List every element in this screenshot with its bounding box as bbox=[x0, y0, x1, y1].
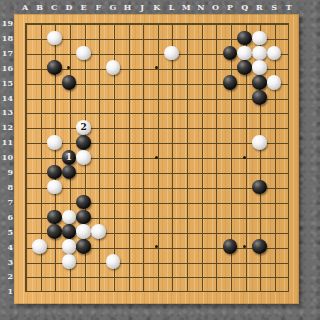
column-label-S: S bbox=[267, 2, 281, 12]
row-label-1: 1 bbox=[0, 286, 13, 296]
white-stone-s15[interactable] bbox=[267, 75, 282, 90]
black-stone-c16[interactable] bbox=[47, 60, 62, 75]
column-label-Q: Q bbox=[238, 2, 252, 12]
row-label-10: 10 bbox=[0, 152, 13, 162]
black-stone-d9[interactable] bbox=[62, 165, 77, 180]
white-stone-c8[interactable] bbox=[47, 180, 62, 195]
white-stone-e12-move-2[interactable]: 2 bbox=[76, 120, 91, 135]
column-label-H: H bbox=[121, 2, 135, 12]
board-intersections[interactable]: 12 bbox=[18, 16, 296, 299]
row-label-17: 17 bbox=[0, 48, 13, 58]
white-stone-q17[interactable] bbox=[237, 46, 252, 61]
white-stone-c18[interactable] bbox=[47, 31, 62, 46]
white-stone-b4[interactable] bbox=[32, 239, 47, 254]
column-label-T: T bbox=[282, 2, 296, 12]
black-stone-e4[interactable] bbox=[76, 239, 91, 254]
row-label-13: 13 bbox=[0, 107, 13, 117]
white-stone-d4[interactable] bbox=[62, 239, 77, 254]
move-number-label: 1 bbox=[66, 153, 72, 162]
column-label-P: P bbox=[223, 2, 237, 12]
row-label-3: 3 bbox=[0, 257, 13, 267]
black-stone-d15[interactable] bbox=[62, 75, 77, 90]
white-stone-g3[interactable] bbox=[106, 254, 121, 269]
white-stone-r11[interactable] bbox=[252, 135, 267, 150]
row-label-15: 15 bbox=[0, 78, 13, 88]
row-label-19: 19 bbox=[0, 18, 13, 28]
white-stone-r17[interactable] bbox=[252, 46, 267, 61]
column-label-K: K bbox=[150, 2, 164, 12]
black-stone-p15[interactable] bbox=[223, 75, 238, 90]
row-label-7: 7 bbox=[0, 197, 13, 207]
column-label-A: A bbox=[18, 2, 32, 12]
white-stone-e10[interactable] bbox=[76, 150, 91, 165]
column-label-E: E bbox=[77, 2, 91, 12]
row-label-12: 12 bbox=[0, 122, 13, 132]
white-stone-e17[interactable] bbox=[76, 46, 91, 61]
white-stone-l17[interactable] bbox=[164, 46, 179, 61]
row-label-18: 18 bbox=[0, 33, 13, 43]
move-number-label: 2 bbox=[80, 123, 86, 132]
white-stone-g16[interactable] bbox=[106, 60, 121, 75]
black-stone-r14[interactable] bbox=[252, 90, 267, 105]
row-label-9: 9 bbox=[0, 167, 13, 177]
black-stone-p4[interactable] bbox=[223, 239, 238, 254]
black-stone-c6[interactable] bbox=[47, 210, 62, 225]
column-label-C: C bbox=[47, 2, 61, 12]
black-stone-r15[interactable] bbox=[252, 75, 267, 90]
black-stone-c5[interactable] bbox=[47, 224, 62, 239]
column-label-F: F bbox=[91, 2, 105, 12]
white-stone-c11[interactable] bbox=[47, 135, 62, 150]
column-label-G: G bbox=[106, 2, 120, 12]
column-label-J: J bbox=[135, 2, 149, 12]
white-stone-r16[interactable] bbox=[252, 60, 267, 75]
column-label-O: O bbox=[208, 2, 222, 12]
row-label-14: 14 bbox=[0, 93, 13, 103]
row-label-11: 11 bbox=[0, 137, 13, 147]
row-label-6: 6 bbox=[0, 212, 13, 222]
black-stone-r4[interactable] bbox=[252, 239, 267, 254]
column-label-N: N bbox=[194, 2, 208, 12]
white-stone-s17[interactable] bbox=[267, 46, 282, 61]
black-stone-q16[interactable] bbox=[237, 60, 252, 75]
column-label-D: D bbox=[62, 2, 76, 12]
white-stone-d3[interactable] bbox=[62, 254, 77, 269]
row-label-5: 5 bbox=[0, 227, 13, 237]
row-label-8: 8 bbox=[0, 182, 13, 192]
white-stone-e5[interactable] bbox=[76, 224, 91, 239]
column-label-L: L bbox=[165, 2, 179, 12]
row-label-16: 16 bbox=[0, 63, 13, 73]
column-label-M: M bbox=[179, 2, 193, 12]
black-stone-e6[interactable] bbox=[76, 210, 91, 225]
white-stone-d6[interactable] bbox=[62, 210, 77, 225]
row-label-4: 4 bbox=[0, 242, 13, 252]
column-label-B: B bbox=[33, 2, 47, 12]
row-label-2: 2 bbox=[0, 271, 13, 281]
white-stone-f5[interactable] bbox=[91, 224, 106, 239]
go-diagram: { "game": "go", "board": { "size": 19, "… bbox=[0, 0, 320, 320]
black-stone-p17[interactable] bbox=[223, 46, 238, 61]
black-stone-e7[interactable] bbox=[76, 195, 91, 210]
black-stone-e11[interactable] bbox=[76, 135, 91, 150]
black-stone-r8[interactable] bbox=[252, 180, 267, 195]
black-stone-d10-move-1[interactable]: 1 bbox=[62, 150, 77, 165]
black-stone-d5[interactable] bbox=[62, 224, 77, 239]
white-stone-r18[interactable] bbox=[252, 31, 267, 46]
black-stone-c9[interactable] bbox=[47, 165, 62, 180]
black-stone-q18[interactable] bbox=[237, 31, 252, 46]
column-label-R: R bbox=[252, 2, 266, 12]
